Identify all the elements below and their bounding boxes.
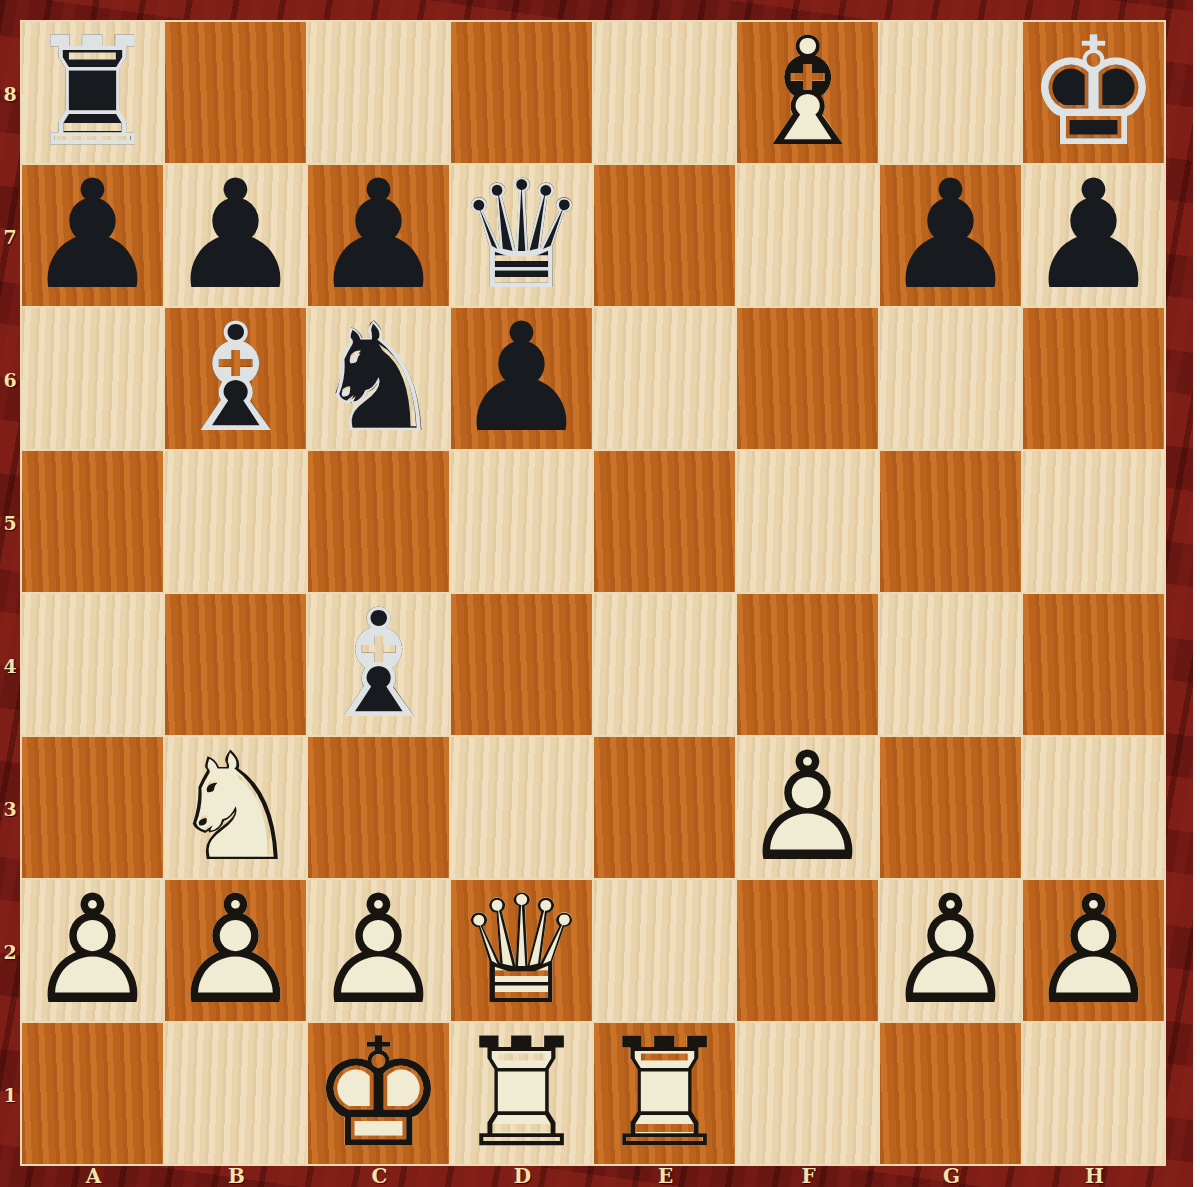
square-g7[interactable]: ♟ [880,165,1021,306]
square-b7[interactable]: ♟ [165,165,306,306]
square-e8[interactable] [594,22,735,163]
square-f2[interactable] [737,880,878,1021]
rank-label-3: 3 [0,737,20,880]
square-d6[interactable]: ♟ [451,308,592,449]
square-h6[interactable] [1023,308,1164,449]
square-f6[interactable] [737,308,878,449]
black-pawn-b7: ♟ [165,165,306,306]
square-h4[interactable] [1023,594,1164,735]
square-h2[interactable]: ♟♙ [1023,880,1164,1021]
square-e5[interactable] [594,451,735,592]
black-bishop-b6: ♝♗ [165,308,306,449]
file-labels: ABCDEFGH [22,1165,1166,1187]
square-a4[interactable] [22,594,163,735]
square-d5[interactable] [451,451,592,592]
square-d3[interactable] [451,737,592,878]
square-f3[interactable]: ♟♙ [737,737,878,878]
black-bishop-c4: ♝♗ [308,594,449,735]
square-e6[interactable] [594,308,735,449]
square-c1[interactable]: ♚♔ [308,1023,449,1164]
square-f7[interactable] [737,165,878,306]
black-pawn-c7: ♟ [308,165,449,306]
white-queen-d2: ♛♕ [451,880,592,1021]
square-g6[interactable] [880,308,1021,449]
rank-label-2: 2 [0,880,20,1023]
file-label-f: F [737,1165,880,1187]
white-pawn-b2: ♟♙ [165,880,306,1021]
square-a3[interactable] [22,737,163,878]
square-c8[interactable] [308,22,449,163]
white-rook-e1: ♜♖ [594,1023,735,1164]
black-pawn-g7: ♟ [880,165,1021,306]
square-a6[interactable] [22,308,163,449]
square-d2[interactable]: ♛♕ [451,880,592,1021]
square-a5[interactable] [22,451,163,592]
rank-label-4: 4 [0,594,20,737]
white-pawn-g2: ♟♙ [880,880,1021,1021]
square-b6[interactable]: ♝♗ [165,308,306,449]
square-f8[interactable]: ♝♗ [737,22,878,163]
board-frame: 87654321 ♜♖♝♗♚♔♟♟♟♛♕♟♟♝♗♞♘♟♝♗♞♘♟♙♟♙♟♙♟♙♛… [0,0,1193,1187]
square-b5[interactable] [165,451,306,592]
square-c3[interactable] [308,737,449,878]
square-b3[interactable]: ♞♘ [165,737,306,878]
white-pawn-h2: ♟♙ [1023,880,1164,1021]
rank-labels: 87654321 [0,22,20,1166]
square-e2[interactable] [594,880,735,1021]
square-h5[interactable] [1023,451,1164,592]
square-g5[interactable] [880,451,1021,592]
square-f1[interactable] [737,1023,878,1164]
black-pawn-a7: ♟ [22,165,163,306]
square-a7[interactable]: ♟ [22,165,163,306]
square-a1[interactable] [22,1023,163,1164]
square-a8[interactable]: ♜♖ [22,22,163,163]
square-f5[interactable] [737,451,878,592]
square-g2[interactable]: ♟♙ [880,880,1021,1021]
square-b8[interactable] [165,22,306,163]
file-label-a: A [22,1165,165,1187]
square-g4[interactable] [880,594,1021,735]
white-rook-d1: ♜♖ [451,1023,592,1164]
black-queen-d7: ♛♕ [451,165,592,306]
square-e3[interactable] [594,737,735,878]
black-pawn-h7: ♟ [1023,165,1164,306]
rank-label-7: 7 [0,165,20,308]
square-h1[interactable] [1023,1023,1164,1164]
square-c4[interactable]: ♝♗ [308,594,449,735]
black-rook-a8: ♜♖ [22,22,163,163]
white-pawn-a2: ♟♙ [22,880,163,1021]
square-c2[interactable]: ♟♙ [308,880,449,1021]
white-king-c1: ♚♔ [308,1023,449,1164]
file-label-c: C [308,1165,451,1187]
file-label-h: H [1023,1165,1166,1187]
square-c5[interactable] [308,451,449,592]
rank-label-6: 6 [0,308,20,451]
file-label-e: E [594,1165,737,1187]
white-knight-b3: ♞♘ [165,737,306,878]
square-h8[interactable]: ♚♔ [1023,22,1164,163]
square-d4[interactable] [451,594,592,735]
square-d7[interactable]: ♛♕ [451,165,592,306]
square-g3[interactable] [880,737,1021,878]
file-label-b: B [165,1165,308,1187]
rank-label-1: 1 [0,1023,20,1166]
black-knight-c6: ♞♘ [308,308,449,449]
square-d1[interactable]: ♜♖ [451,1023,592,1164]
square-e1[interactable]: ♜♖ [594,1023,735,1164]
file-label-g: G [880,1165,1023,1187]
white-bishop-f8: ♝♗ [737,22,878,163]
rank-label-8: 8 [0,22,20,165]
square-h3[interactable] [1023,737,1164,878]
chess-board: ♜♖♝♗♚♔♟♟♟♛♕♟♟♝♗♞♘♟♝♗♞♘♟♙♟♙♟♙♟♙♛♕♟♙♟♙♚♔♜♖… [20,20,1166,1166]
white-pawn-f3: ♟♙ [737,737,878,878]
rank-label-5: 5 [0,451,20,594]
black-pawn-d6: ♟ [451,308,592,449]
square-d8[interactable] [451,22,592,163]
square-c7[interactable]: ♟ [308,165,449,306]
square-b4[interactable] [165,594,306,735]
square-c6[interactable]: ♞♘ [308,308,449,449]
square-e7[interactable] [594,165,735,306]
square-a2[interactable]: ♟♙ [22,880,163,1021]
square-b1[interactable] [165,1023,306,1164]
square-e4[interactable] [594,594,735,735]
square-f4[interactable] [737,594,878,735]
square-g8[interactable] [880,22,1021,163]
square-g1[interactable] [880,1023,1021,1164]
square-h7[interactable]: ♟ [1023,165,1164,306]
black-king-h8: ♚♔ [1023,22,1164,163]
white-pawn-c2: ♟♙ [308,880,449,1021]
square-b2[interactable]: ♟♙ [165,880,306,1021]
file-label-d: D [451,1165,594,1187]
